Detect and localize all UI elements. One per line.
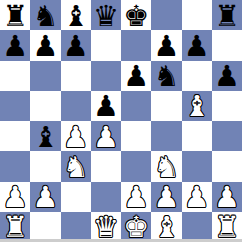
piece-black-pawn[interactable]: ♟: [214, 62, 240, 91]
piece-black-pawn[interactable]: ♟: [2, 32, 28, 61]
piece-white-pawn[interactable]: ♟: [123, 183, 149, 212]
square-c3[interactable]: ♞: [61, 151, 91, 181]
piece-white-queen[interactable]: ♛: [93, 213, 119, 242]
square-a3[interactable]: [0, 151, 30, 181]
piece-black-bishop[interactable]: ♝: [63, 2, 89, 31]
piece-black-king[interactable]: ♚: [123, 2, 149, 31]
square-c6[interactable]: [61, 61, 91, 91]
square-h8[interactable]: ♜: [212, 0, 242, 30]
piece-black-rook[interactable]: ♜: [214, 2, 240, 31]
square-g1[interactable]: [182, 212, 212, 242]
square-e2[interactable]: ♟: [121, 182, 151, 212]
piece-white-pawn[interactable]: ♟: [184, 183, 210, 212]
square-e3[interactable]: [121, 151, 151, 181]
square-a8[interactable]: ♜: [0, 0, 30, 30]
square-d4[interactable]: ♟: [91, 121, 121, 151]
square-b1[interactable]: [30, 212, 60, 242]
square-a7[interactable]: ♟: [0, 30, 30, 60]
square-g7[interactable]: ♟: [182, 30, 212, 60]
square-b8[interactable]: ♞: [30, 0, 60, 30]
piece-black-pawn[interactable]: ♟: [153, 32, 179, 61]
square-h6[interactable]: ♟: [212, 61, 242, 91]
square-c2[interactable]: [61, 182, 91, 212]
square-e5[interactable]: [121, 91, 151, 121]
piece-white-pawn[interactable]: ♟: [2, 183, 28, 212]
piece-white-rook[interactable]: ♜: [214, 213, 240, 242]
piece-white-bishop[interactable]: ♝: [184, 92, 210, 121]
piece-white-king[interactable]: ♚: [123, 213, 149, 242]
square-c8[interactable]: ♝: [61, 0, 91, 30]
square-d1[interactable]: ♛: [91, 212, 121, 242]
piece-black-pawn[interactable]: ♟: [123, 62, 149, 91]
chess-board: ♜♞♝♛♚♜♟♟♟♟♟♟♞♟♟♝♝♟♟♞♞♟♟♟♟♟♟♜♛♚♝♜: [0, 0, 242, 242]
square-d3[interactable]: [91, 151, 121, 181]
square-c1[interactable]: [61, 212, 91, 242]
square-d2[interactable]: [91, 182, 121, 212]
square-g3[interactable]: [182, 151, 212, 181]
square-b5[interactable]: [30, 91, 60, 121]
square-h1[interactable]: ♜: [212, 212, 242, 242]
square-d6[interactable]: [91, 61, 121, 91]
square-d7[interactable]: [91, 30, 121, 60]
piece-black-pawn[interactable]: ♟: [184, 32, 210, 61]
square-b2[interactable]: ♟: [30, 182, 60, 212]
square-f6[interactable]: ♞: [151, 61, 181, 91]
square-b4[interactable]: ♝: [30, 121, 60, 151]
piece-white-pawn[interactable]: ♟: [153, 183, 179, 212]
square-g8[interactable]: [182, 0, 212, 30]
piece-white-knight[interactable]: ♞: [153, 153, 179, 182]
piece-white-knight[interactable]: ♞: [63, 153, 89, 182]
square-c4[interactable]: ♟: [61, 121, 91, 151]
piece-black-pawn[interactable]: ♟: [63, 32, 89, 61]
piece-white-pawn[interactable]: ♟: [214, 183, 240, 212]
piece-black-knight[interactable]: ♞: [153, 62, 179, 91]
square-g4[interactable]: [182, 121, 212, 151]
piece-black-pawn[interactable]: ♟: [93, 92, 119, 121]
piece-black-pawn[interactable]: ♟: [32, 32, 58, 61]
square-h7[interactable]: [212, 30, 242, 60]
square-f8[interactable]: [151, 0, 181, 30]
square-h2[interactable]: ♟: [212, 182, 242, 212]
square-e1[interactable]: ♚: [121, 212, 151, 242]
square-c5[interactable]: [61, 91, 91, 121]
square-a5[interactable]: [0, 91, 30, 121]
square-a4[interactable]: [0, 121, 30, 151]
piece-white-pawn[interactable]: ♟: [32, 183, 58, 212]
square-c7[interactable]: ♟: [61, 30, 91, 60]
square-f1[interactable]: ♝: [151, 212, 181, 242]
square-e8[interactable]: ♚: [121, 0, 151, 30]
square-d5[interactable]: ♟: [91, 91, 121, 121]
square-e6[interactable]: ♟: [121, 61, 151, 91]
square-f2[interactable]: ♟: [151, 182, 181, 212]
square-f3[interactable]: ♞: [151, 151, 181, 181]
square-a6[interactable]: [0, 61, 30, 91]
square-f5[interactable]: [151, 91, 181, 121]
square-f4[interactable]: [151, 121, 181, 151]
piece-black-queen[interactable]: ♛: [93, 2, 119, 31]
square-b7[interactable]: ♟: [30, 30, 60, 60]
piece-black-rook[interactable]: ♜: [2, 2, 28, 31]
square-a2[interactable]: ♟: [0, 182, 30, 212]
piece-black-knight[interactable]: ♞: [32, 2, 58, 31]
square-h5[interactable]: [212, 91, 242, 121]
square-a1[interactable]: ♜: [0, 212, 30, 242]
square-e7[interactable]: [121, 30, 151, 60]
square-h3[interactable]: [212, 151, 242, 181]
square-b6[interactable]: [30, 61, 60, 91]
square-f7[interactable]: ♟: [151, 30, 181, 60]
square-g6[interactable]: [182, 61, 212, 91]
square-g2[interactable]: ♟: [182, 182, 212, 212]
piece-white-pawn[interactable]: ♟: [93, 123, 119, 152]
piece-white-bishop[interactable]: ♝: [153, 213, 179, 242]
chess-board-widget: ♜♞♝♛♚♜♟♟♟♟♟♟♞♟♟♝♝♟♟♞♞♟♟♟♟♟♟♜♛♚♝♜: [0, 0, 242, 242]
square-b3[interactable]: [30, 151, 60, 181]
square-g5[interactable]: ♝: [182, 91, 212, 121]
piece-white-pawn[interactable]: ♟: [63, 123, 89, 152]
piece-black-bishop[interactable]: ♝: [32, 123, 58, 152]
square-e4[interactable]: [121, 121, 151, 151]
piece-white-rook[interactable]: ♜: [2, 213, 28, 242]
square-h4[interactable]: [212, 121, 242, 151]
square-d8[interactable]: ♛: [91, 0, 121, 30]
